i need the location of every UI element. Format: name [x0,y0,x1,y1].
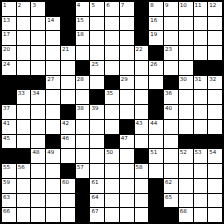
cell-r10c10[interactable] [135,135,149,149]
cell-r9c11[interactable]: 44 [149,120,163,134]
cell-r15c1[interactable]: 66 [2,208,16,222]
clue-number: 58 [136,164,143,170]
cell-r1c5-block [61,2,75,16]
cell-r11c6[interactable] [76,149,90,163]
cell-r2c15[interactable] [208,17,222,31]
cell-r14c7[interactable]: 64 [90,194,104,208]
cell-r5c1[interactable]: 24 [2,61,16,75]
cell-r5c10[interactable] [135,61,149,75]
cell-r7c14[interactable] [194,90,208,104]
cell-r1c1[interactable]: 1 [2,2,16,16]
cell-r10c15-block [208,135,222,149]
cell-r11c12[interactable] [164,149,178,163]
cell-r6c12-block [164,76,178,90]
cell-r15c7[interactable]: 67 [90,208,104,222]
cell-r8c9[interactable] [120,105,134,119]
cell-r4c2[interactable] [17,46,31,60]
cell-r13c9[interactable] [120,179,134,193]
cell-r10c7[interactable] [90,135,104,149]
cell-r15c5[interactable] [61,208,75,222]
cell-r5c15-block [208,61,222,75]
cell-r1c11[interactable]: 8 [149,2,163,16]
clue-number: 63 [3,194,10,200]
cell-r11c11[interactable]: 51 [149,149,163,163]
cell-r6c15[interactable]: 32 [208,76,222,90]
cell-r2c6[interactable]: 15 [76,17,90,31]
cell-r12c14[interactable] [194,164,208,178]
clue-number: 57 [77,164,84,170]
cell-r7c12[interactable]: 36 [164,90,178,104]
cell-r2c9[interactable] [120,17,134,31]
cell-r6c6[interactable]: 28 [76,76,90,90]
cell-r11c3[interactable]: 48 [31,149,45,163]
cell-r4c6[interactable] [76,46,90,60]
cell-r7c6[interactable] [76,90,90,104]
cell-r5c9[interactable] [120,61,134,75]
cell-r10c6[interactable] [76,135,90,149]
cell-r9c6[interactable] [76,120,90,134]
cell-r13c14[interactable] [194,179,208,193]
cell-r2c10-block [135,17,149,31]
cell-r4c10[interactable]: 22 [135,46,149,60]
cell-r12c1[interactable]: 55 [2,164,16,178]
cell-r15c8[interactable] [105,208,119,222]
cell-r6c8-block [105,76,119,90]
cell-r10c13-block [179,135,193,149]
clue-number: 45 [3,135,10,141]
clue-number: 5 [91,2,95,8]
cell-r12c4[interactable] [46,164,60,178]
cell-r2c5-block [61,17,75,31]
cell-r11c1-block [2,149,16,163]
cell-r13c10[interactable] [135,179,149,193]
cell-r7c5[interactable] [61,90,75,104]
cell-r5c14-block [194,61,208,75]
cell-r12c10[interactable]: 58 [135,164,149,178]
clue-number: 51 [150,149,157,155]
cell-r14c5[interactable] [61,194,75,208]
cell-r15c13[interactable]: 68 [179,208,193,222]
cell-r1c14[interactable]: 11 [194,2,208,16]
clue-number: 44 [150,120,157,126]
cell-r8c6[interactable]: 38 [76,105,90,119]
cell-r9c15[interactable] [208,120,222,134]
crossword-grid: 1234567891011121314151617181920212223242… [0,0,224,224]
cell-r13c13[interactable] [179,179,193,193]
clue-number: 12 [209,2,216,8]
clue-number: 19 [150,31,157,37]
cell-r15c3[interactable] [31,208,45,222]
cell-r7c3[interactable]: 34 [31,90,45,104]
clue-number: 9 [165,2,169,8]
cell-r9c5[interactable]: 42 [61,120,75,134]
cell-r14c9[interactable] [120,194,134,208]
cell-r1c8[interactable]: 6 [105,2,119,16]
cell-r14c2[interactable] [17,194,31,208]
clue-number: 66 [3,208,10,214]
cell-r13c11-block [149,179,163,193]
cell-r8c3[interactable] [31,105,45,119]
cell-r5c3[interactable] [31,61,45,75]
cell-r8c12[interactable]: 40 [164,105,178,119]
clue-number: 46 [62,135,69,141]
clue-number: 48 [32,149,39,155]
cell-r11c15[interactable]: 54 [208,149,222,163]
clue-number: 50 [106,149,113,155]
clue-number: 3 [32,2,36,8]
cell-r13c15[interactable] [208,179,222,193]
cell-r11c13[interactable]: 52 [179,149,193,163]
cell-r9c14[interactable] [194,120,208,134]
cell-r2c14[interactable] [194,17,208,31]
clue-number: 15 [77,17,84,23]
cell-r7c8[interactable]: 35 [105,90,119,104]
cell-r1c6[interactable]: 4 [76,2,90,16]
cell-r11c7[interactable] [90,149,104,163]
cell-r15c10[interactable] [135,208,149,222]
cell-r11c2-block [17,149,31,163]
cell-r15c2[interactable] [17,208,31,222]
cell-r3c4[interactable] [46,31,60,45]
cell-r6c14[interactable]: 31 [194,76,208,90]
clue-number: 27 [47,76,54,82]
cell-r14c3[interactable] [31,194,45,208]
cell-r1c9[interactable]: 7 [120,2,134,16]
cell-r6c13[interactable]: 30 [179,76,193,90]
cell-r15c6-block [76,208,90,222]
cell-r3c11[interactable]: 19 [149,31,163,45]
cell-r5c4[interactable] [46,61,60,75]
cell-r10c11[interactable] [149,135,163,149]
cell-r8c13[interactable] [179,105,193,119]
cell-r10c14-block [194,135,208,149]
cell-r11c8[interactable]: 50 [105,149,119,163]
cell-r3c2[interactable] [17,31,31,45]
cell-r14c15[interactable] [208,194,222,208]
cell-r2c8[interactable] [105,17,119,31]
cell-r3c15[interactable] [208,31,222,45]
cell-r12c5-block [61,164,75,178]
cell-r5c11[interactable]: 26 [149,61,163,75]
clue-number: 13 [3,17,10,23]
cell-r11c9[interactable] [120,149,134,163]
cell-r8c15[interactable] [208,105,222,119]
clue-number: 35 [106,90,113,96]
cell-r4c15[interactable] [208,46,222,60]
clue-number: 11 [195,2,202,8]
clue-number: 24 [3,61,10,67]
clue-number: 53 [195,149,202,155]
cell-r7c10[interactable] [135,90,149,104]
clue-number: 38 [77,105,84,111]
cell-r13c2[interactable] [17,179,31,193]
cell-r5c2[interactable] [17,61,31,75]
clue-number: 4 [77,2,81,8]
cell-r6c9[interactable]: 29 [120,76,134,90]
cell-r6c3-block [31,76,45,90]
clue-number: 52 [180,149,187,155]
cell-r12c9[interactable] [120,164,134,178]
clue-number: 20 [3,46,10,52]
clue-number: 40 [165,105,172,111]
cell-r7c1-block [2,90,16,104]
cell-r13c7[interactable]: 61 [90,179,104,193]
cell-r3c3[interactable] [31,31,45,45]
cell-r5c6-block [76,61,90,75]
cell-r10c8-block [105,135,119,149]
clue-number: 17 [3,31,10,37]
cell-r10c1[interactable]: 45 [2,135,16,149]
cell-r4c4[interactable] [46,46,60,60]
cell-r13c8[interactable] [105,179,119,193]
cell-r6c7[interactable] [90,76,104,90]
cell-r13c12[interactable]: 62 [164,179,178,193]
cell-r2c4[interactable]: 14 [46,17,60,31]
cell-r1c2[interactable]: 2 [17,2,31,16]
cell-r9c9-block [120,120,134,134]
cell-r12c11[interactable] [149,164,163,178]
cell-r12c13[interactable] [179,164,193,178]
clue-number: 36 [165,90,172,96]
clue-number: 26 [150,61,157,67]
cell-r14c4[interactable] [46,194,60,208]
cell-r2c1[interactable]: 13 [2,17,16,31]
cell-r11c4[interactable]: 49 [46,149,60,163]
cell-r4c11-block [149,46,163,60]
cell-r9c3[interactable] [31,120,45,134]
cell-r4c12[interactable]: 23 [164,46,178,60]
clue-number: 16 [150,17,157,23]
cell-r7c13[interactable] [179,90,193,104]
cell-r14c6-block [76,194,90,208]
cell-r9c10[interactable]: 43 [135,120,149,134]
cell-r6c11[interactable] [149,76,163,90]
cell-r1c15[interactable]: 12 [208,2,222,16]
cell-r1c12[interactable]: 9 [164,2,178,16]
cell-r10c5[interactable]: 46 [61,135,75,149]
cell-r14c1[interactable]: 63 [2,194,16,208]
clue-number: 47 [121,135,128,141]
cell-r14c10[interactable] [135,194,149,208]
clue-number: 29 [121,76,128,82]
cell-r4c1[interactable]: 20 [2,46,16,60]
cell-r9c7[interactable] [90,120,104,134]
cell-r2c7[interactable] [90,17,104,31]
cell-r12c7[interactable] [90,164,104,178]
cell-r2c13[interactable] [179,17,193,31]
cell-r3c9[interactable] [120,31,134,45]
clue-number: 1 [3,2,7,8]
cell-r7c9[interactable] [120,90,134,104]
cell-r11c14[interactable]: 53 [194,149,208,163]
clue-number: 41 [3,120,10,126]
clue-number: 6 [106,2,110,8]
cell-r2c2[interactable] [17,17,31,31]
cell-r3c10-block [135,31,149,45]
cell-r4c7[interactable] [90,46,104,60]
cell-r2c12[interactable] [164,17,178,31]
cell-r10c9[interactable]: 47 [120,135,134,149]
cell-r13c5[interactable]: 60 [61,179,75,193]
clue-number: 30 [180,76,187,82]
cell-r1c7[interactable]: 5 [90,2,104,16]
cell-r6c5[interactable] [61,76,75,90]
cell-r9c1[interactable]: 41 [2,120,16,134]
clue-number: 59 [3,179,10,185]
cell-r5c7[interactable]: 25 [90,61,104,75]
clue-number: 14 [47,17,54,23]
cell-r7c11-block [149,90,163,104]
cell-r14c8[interactable] [105,194,119,208]
clue-number: 28 [77,76,84,82]
cell-r6c1-block [2,76,16,90]
cell-r12c15[interactable] [208,164,222,178]
clue-number: 2 [18,2,22,8]
cell-r13c6-block [76,179,90,193]
clue-number: 22 [136,46,143,52]
cell-r5c5[interactable] [61,61,75,75]
cell-r2c11[interactable]: 16 [149,17,163,31]
cell-r5c13[interactable] [179,61,193,75]
cell-r10c3[interactable] [31,135,45,149]
clue-number: 25 [91,61,98,67]
cell-r14c14[interactable] [194,194,208,208]
cell-r4c13[interactable] [179,46,193,60]
clue-number: 10 [180,2,187,8]
clue-number: 64 [91,194,98,200]
cell-r8c4[interactable] [46,105,60,119]
cell-r8c7[interactable]: 39 [90,105,104,119]
clue-number: 56 [18,164,25,170]
clue-number: 61 [91,179,98,185]
clue-number: 54 [209,149,216,155]
cell-r15c12-block [164,208,178,222]
cell-r12c3[interactable] [31,164,45,178]
cell-r1c13[interactable]: 10 [179,2,193,16]
cell-r5c12[interactable] [164,61,178,75]
cell-r8c2[interactable] [17,105,31,119]
cell-r3c12[interactable] [164,31,178,45]
clue-number: 21 [62,46,69,52]
cell-r12c12[interactable] [164,164,178,178]
cell-r6c4[interactable]: 27 [46,76,60,90]
cell-r8c1[interactable]: 37 [2,105,16,119]
cell-r12c8[interactable] [105,164,119,178]
clue-number: 68 [180,208,187,214]
cell-r11c5[interactable] [61,149,75,163]
clue-number: 7 [121,2,125,8]
clue-number: 31 [195,76,202,82]
clue-number: 8 [150,2,154,8]
cell-r8c8[interactable] [105,105,119,119]
cell-r7c4[interactable] [46,90,60,104]
cell-r7c15[interactable] [208,90,222,104]
cell-r9c12[interactable] [164,120,178,134]
cell-r7c7-block [90,90,104,104]
cell-r15c14[interactable] [194,208,208,222]
cell-r10c12[interactable] [164,135,178,149]
cell-r14c11-block [149,194,163,208]
clue-number: 55 [3,164,10,170]
cell-r10c4-block [46,135,60,149]
cell-r9c2[interactable] [17,120,31,134]
clue-number: 62 [165,179,172,185]
clue-number: 37 [3,105,10,111]
cell-r1c4-block [46,2,60,16]
cell-r15c9[interactable] [120,208,134,222]
clue-number: 33 [18,90,25,96]
clue-number: 65 [165,194,172,200]
cell-r12c2[interactable]: 56 [17,164,31,178]
cell-r4c3[interactable] [31,46,45,60]
cell-r9c8[interactable] [105,120,119,134]
cell-r3c7[interactable] [90,31,104,45]
cell-r8c10[interactable] [135,105,149,119]
cell-r8c5-block [61,105,75,119]
clue-number: 32 [209,76,216,82]
cell-r4c5[interactable]: 21 [61,46,75,60]
clue-number: 23 [165,46,172,52]
cell-r10c2[interactable] [17,135,31,149]
cell-r3c1[interactable]: 17 [2,31,16,45]
cell-r5c8[interactable] [105,61,119,75]
cell-r3c6[interactable]: 18 [76,31,90,45]
cell-r3c13[interactable] [179,31,193,45]
cell-r6c2-block [17,76,31,90]
cell-r7c2[interactable]: 33 [17,90,31,104]
clue-number: 39 [91,105,98,111]
cell-r9c4[interactable] [46,120,60,134]
clue-number: 49 [47,149,54,155]
cell-r13c4[interactable] [46,179,60,193]
cell-r1c3[interactable]: 3 [31,2,45,16]
cell-r14c12[interactable]: 65 [164,194,178,208]
cell-r9c13[interactable] [179,120,193,134]
cell-r12c6[interactable]: 57 [76,164,90,178]
clue-number: 42 [62,120,69,126]
cell-r3c14[interactable] [194,31,208,45]
cell-r1c10-block [135,2,149,16]
clue-number: 43 [136,120,143,126]
cell-r15c11-block [149,208,163,222]
cell-r14c13[interactable] [179,194,193,208]
cell-r11c10-block [135,149,149,163]
cell-r6c10[interactable] [135,76,149,90]
cell-r15c15[interactable] [208,208,222,222]
clue-number: 60 [62,179,69,185]
cell-r3c5-block [61,31,75,45]
clue-number: 34 [32,90,39,96]
clue-number: 67 [91,208,98,214]
cell-r2c3[interactable] [31,17,45,31]
cell-r8c11-block [149,105,163,119]
cell-r4c9[interactable] [120,46,134,60]
clue-number: 18 [77,31,84,37]
cell-r3c8[interactable] [105,31,119,45]
cell-r4c14[interactable] [194,46,208,60]
cell-r8c14[interactable] [194,105,208,119]
cell-r13c3[interactable] [31,179,45,193]
cell-r15c4[interactable] [46,208,60,222]
cell-r4c8[interactable] [105,46,119,60]
cell-r13c1[interactable]: 59 [2,179,16,193]
